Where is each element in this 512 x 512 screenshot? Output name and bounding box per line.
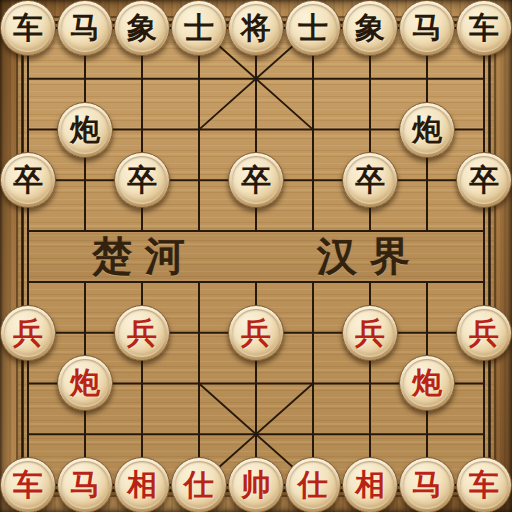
piece-red-soldier[interactable]: 兵 (114, 305, 170, 361)
piece-character: 车 (469, 470, 499, 500)
piece-black-soldier[interactable]: 卒 (114, 152, 170, 208)
piece-black-chariot[interactable]: 车 (0, 0, 56, 56)
piece-character: 兵 (13, 318, 43, 348)
piece-character: 车 (469, 13, 499, 43)
piece-black-cannon[interactable]: 炮 (57, 102, 113, 158)
piece-black-advisor[interactable]: 士 (285, 0, 341, 56)
piece-character: 卒 (241, 165, 271, 195)
piece-red-soldier[interactable]: 兵 (0, 305, 56, 361)
piece-black-advisor[interactable]: 士 (171, 0, 227, 56)
piece-character: 马 (412, 470, 442, 500)
piece-red-advisor[interactable]: 仕 (171, 457, 227, 512)
piece-black-soldier[interactable]: 卒 (0, 152, 56, 208)
piece-character: 卒 (355, 165, 385, 195)
piece-character: 马 (412, 13, 442, 43)
piece-character: 车 (13, 470, 43, 500)
piece-character: 马 (70, 13, 100, 43)
piece-character: 帅 (241, 470, 271, 500)
piece-character: 炮 (70, 115, 100, 145)
piece-character: 象 (355, 13, 385, 43)
piece-red-chariot[interactable]: 车 (0, 457, 56, 512)
xiangqi-app: 楚河 汉界 车马象士将士象马车炮炮卒卒卒卒卒兵兵兵兵兵炮炮车马相仕帅仕相马车 (0, 0, 512, 512)
piece-black-soldier[interactable]: 卒 (342, 152, 398, 208)
piece-character: 卒 (469, 165, 499, 195)
piece-character: 卒 (13, 165, 43, 195)
piece-red-soldier[interactable]: 兵 (228, 305, 284, 361)
piece-character: 兵 (241, 318, 271, 348)
piece-red-horse[interactable]: 马 (57, 457, 113, 512)
piece-red-cannon[interactable]: 炮 (399, 355, 455, 411)
piece-red-cannon[interactable]: 炮 (57, 355, 113, 411)
piece-black-horse[interactable]: 马 (399, 0, 455, 56)
piece-character: 将 (241, 13, 271, 43)
piece-character: 仕 (184, 470, 214, 500)
piece-black-soldier[interactable]: 卒 (228, 152, 284, 208)
piece-character: 炮 (70, 368, 100, 398)
piece-character: 炮 (412, 115, 442, 145)
piece-black-elephant[interactable]: 象 (342, 0, 398, 56)
river-label-left: 楚河 (92, 236, 198, 276)
piece-character: 仕 (298, 470, 328, 500)
piece-red-chariot[interactable]: 车 (456, 457, 512, 512)
piece-red-elephant[interactable]: 相 (114, 457, 170, 512)
piece-black-general[interactable]: 将 (228, 0, 284, 56)
piece-red-advisor[interactable]: 仕 (285, 457, 341, 512)
piece-black-chariot[interactable]: 车 (456, 0, 512, 56)
piece-character: 兵 (355, 318, 385, 348)
piece-red-soldier[interactable]: 兵 (456, 305, 512, 361)
piece-character: 卒 (127, 165, 157, 195)
piece-black-cannon[interactable]: 炮 (399, 102, 455, 158)
piece-black-horse[interactable]: 马 (57, 0, 113, 56)
piece-black-elephant[interactable]: 象 (114, 0, 170, 56)
piece-character: 炮 (412, 368, 442, 398)
piece-character: 兵 (127, 318, 157, 348)
piece-red-horse[interactable]: 马 (399, 457, 455, 512)
piece-red-general[interactable]: 帅 (228, 457, 284, 512)
piece-character: 相 (127, 470, 157, 500)
piece-character: 相 (355, 470, 385, 500)
piece-red-elephant[interactable]: 相 (342, 457, 398, 512)
piece-character: 兵 (469, 318, 499, 348)
piece-character: 马 (70, 470, 100, 500)
piece-character: 士 (184, 13, 214, 43)
piece-red-soldier[interactable]: 兵 (342, 305, 398, 361)
river-label-right: 汉界 (317, 236, 423, 276)
piece-character: 车 (13, 13, 43, 43)
piece-black-soldier[interactable]: 卒 (456, 152, 512, 208)
piece-character: 象 (127, 13, 157, 43)
piece-character: 士 (298, 13, 328, 43)
